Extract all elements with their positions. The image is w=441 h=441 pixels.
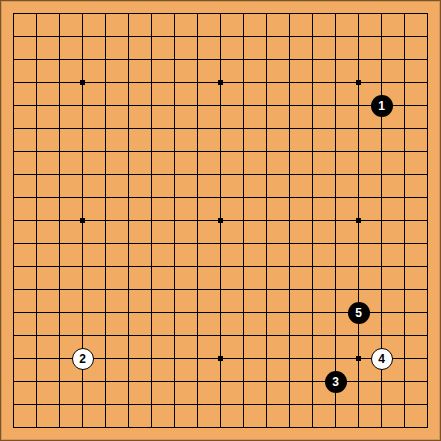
intersection-E2[interactable]: [94, 393, 117, 416]
intersection-R5[interactable]: [370, 324, 393, 347]
intersection-P2[interactable]: [324, 393, 347, 416]
intersection-L18[interactable]: [232, 25, 255, 48]
intersection-T14[interactable]: [416, 117, 439, 140]
intersection-J5[interactable]: [186, 324, 209, 347]
intersection-O7[interactable]: [301, 278, 324, 301]
intersection-F13[interactable]: [117, 140, 140, 163]
intersection-C11[interactable]: [48, 186, 71, 209]
intersection-P1[interactable]: [324, 416, 347, 439]
intersection-K10[interactable]: [209, 209, 232, 232]
intersection-M6[interactable]: [255, 301, 278, 324]
intersection-N14[interactable]: [278, 117, 301, 140]
intersection-J18[interactable]: [186, 25, 209, 48]
intersection-O18[interactable]: [301, 25, 324, 48]
intersection-T12[interactable]: [416, 163, 439, 186]
intersection-S17[interactable]: [393, 48, 416, 71]
intersection-B8[interactable]: [25, 255, 48, 278]
intersection-O6[interactable]: [301, 301, 324, 324]
intersection-O10[interactable]: [301, 209, 324, 232]
intersection-A10[interactable]: [2, 209, 25, 232]
intersection-D10[interactable]: [71, 209, 94, 232]
intersection-E12[interactable]: [94, 163, 117, 186]
intersection-H12[interactable]: [163, 163, 186, 186]
intersection-K15[interactable]: [209, 94, 232, 117]
intersection-T1[interactable]: [416, 416, 439, 439]
intersection-M2[interactable]: [255, 393, 278, 416]
intersection-L17[interactable]: [232, 48, 255, 71]
intersection-O8[interactable]: [301, 255, 324, 278]
intersection-G2[interactable]: [140, 393, 163, 416]
intersection-G3[interactable]: [140, 370, 163, 393]
intersection-O2[interactable]: [301, 393, 324, 416]
intersection-D18[interactable]: [71, 25, 94, 48]
intersection-A7[interactable]: [2, 278, 25, 301]
intersection-K7[interactable]: [209, 278, 232, 301]
intersection-R18[interactable]: [370, 25, 393, 48]
intersection-R1[interactable]: [370, 416, 393, 439]
intersection-A5[interactable]: [2, 324, 25, 347]
intersection-C13[interactable]: [48, 140, 71, 163]
intersection-T10[interactable]: [416, 209, 439, 232]
intersection-H8[interactable]: [163, 255, 186, 278]
stone-black-move-5-Q6[interactable]: 5: [348, 302, 370, 324]
intersection-M13[interactable]: [255, 140, 278, 163]
intersection-T3[interactable]: [416, 370, 439, 393]
intersection-O11[interactable]: [301, 186, 324, 209]
intersection-Q9[interactable]: [347, 232, 370, 255]
intersection-Q3[interactable]: [347, 370, 370, 393]
intersection-E5[interactable]: [94, 324, 117, 347]
intersection-O13[interactable]: [301, 140, 324, 163]
intersection-B2[interactable]: [25, 393, 48, 416]
intersection-L5[interactable]: [232, 324, 255, 347]
intersection-F9[interactable]: [117, 232, 140, 255]
intersection-R10[interactable]: [370, 209, 393, 232]
intersection-E1[interactable]: [94, 416, 117, 439]
intersection-P5[interactable]: [324, 324, 347, 347]
intersection-S4[interactable]: [393, 347, 416, 370]
intersection-A8[interactable]: [2, 255, 25, 278]
intersection-D1[interactable]: [71, 416, 94, 439]
intersection-S2[interactable]: [393, 393, 416, 416]
intersection-B6[interactable]: [25, 301, 48, 324]
intersection-J16[interactable]: [186, 71, 209, 94]
intersection-K18[interactable]: [209, 25, 232, 48]
intersection-S18[interactable]: [393, 25, 416, 48]
intersection-M5[interactable]: [255, 324, 278, 347]
intersection-Q2[interactable]: [347, 393, 370, 416]
intersection-A17[interactable]: [2, 48, 25, 71]
intersection-G4[interactable]: [140, 347, 163, 370]
intersection-B19[interactable]: [25, 2, 48, 25]
intersection-J7[interactable]: [186, 278, 209, 301]
intersection-Q15[interactable]: [347, 94, 370, 117]
intersection-E15[interactable]: [94, 94, 117, 117]
intersection-M11[interactable]: [255, 186, 278, 209]
intersection-R6[interactable]: [370, 301, 393, 324]
intersection-S13[interactable]: [393, 140, 416, 163]
intersection-N15[interactable]: [278, 94, 301, 117]
intersection-K2[interactable]: [209, 393, 232, 416]
intersection-F3[interactable]: [117, 370, 140, 393]
intersection-G10[interactable]: [140, 209, 163, 232]
intersection-T8[interactable]: [416, 255, 439, 278]
intersection-J17[interactable]: [186, 48, 209, 71]
intersection-M19[interactable]: [255, 2, 278, 25]
intersection-P16[interactable]: [324, 71, 347, 94]
intersection-S5[interactable]: [393, 324, 416, 347]
intersection-M9[interactable]: [255, 232, 278, 255]
intersection-C10[interactable]: [48, 209, 71, 232]
intersection-E8[interactable]: [94, 255, 117, 278]
intersection-C14[interactable]: [48, 117, 71, 140]
intersection-O19[interactable]: [301, 2, 324, 25]
intersection-L1[interactable]: [232, 416, 255, 439]
intersection-L7[interactable]: [232, 278, 255, 301]
intersection-J9[interactable]: [186, 232, 209, 255]
intersection-J8[interactable]: [186, 255, 209, 278]
intersection-J14[interactable]: [186, 117, 209, 140]
intersection-E19[interactable]: [94, 2, 117, 25]
intersection-C3[interactable]: [48, 370, 71, 393]
intersection-H4[interactable]: [163, 347, 186, 370]
intersection-A11[interactable]: [2, 186, 25, 209]
intersection-J15[interactable]: [186, 94, 209, 117]
intersection-F10[interactable]: [117, 209, 140, 232]
intersection-H15[interactable]: [163, 94, 186, 117]
intersection-F17[interactable]: [117, 48, 140, 71]
intersection-H3[interactable]: [163, 370, 186, 393]
intersection-D6[interactable]: [71, 301, 94, 324]
intersection-L10[interactable]: [232, 209, 255, 232]
intersection-L3[interactable]: [232, 370, 255, 393]
intersection-M18[interactable]: [255, 25, 278, 48]
intersection-M17[interactable]: [255, 48, 278, 71]
intersection-O12[interactable]: [301, 163, 324, 186]
intersection-B14[interactable]: [25, 117, 48, 140]
intersection-Q10[interactable]: [347, 209, 370, 232]
intersection-L19[interactable]: [232, 2, 255, 25]
intersection-M7[interactable]: [255, 278, 278, 301]
intersection-B11[interactable]: [25, 186, 48, 209]
intersection-O16[interactable]: [301, 71, 324, 94]
intersection-H13[interactable]: [163, 140, 186, 163]
intersection-N19[interactable]: [278, 2, 301, 25]
intersection-C16[interactable]: [48, 71, 71, 94]
intersection-T5[interactable]: [416, 324, 439, 347]
intersection-A12[interactable]: [2, 163, 25, 186]
goban-grid[interactable]: 15243: [2, 2, 439, 439]
intersection-O5[interactable]: [301, 324, 324, 347]
intersection-M4[interactable]: [255, 347, 278, 370]
intersection-M1[interactable]: [255, 416, 278, 439]
intersection-D13[interactable]: [71, 140, 94, 163]
intersection-G14[interactable]: [140, 117, 163, 140]
intersection-F8[interactable]: [117, 255, 140, 278]
intersection-B4[interactable]: [25, 347, 48, 370]
intersection-C4[interactable]: [48, 347, 71, 370]
intersection-Q19[interactable]: [347, 2, 370, 25]
intersection-H5[interactable]: [163, 324, 186, 347]
intersection-A13[interactable]: [2, 140, 25, 163]
intersection-E7[interactable]: [94, 278, 117, 301]
intersection-G18[interactable]: [140, 25, 163, 48]
intersection-T13[interactable]: [416, 140, 439, 163]
intersection-H19[interactable]: [163, 2, 186, 25]
intersection-S8[interactable]: [393, 255, 416, 278]
intersection-B16[interactable]: [25, 71, 48, 94]
intersection-N9[interactable]: [278, 232, 301, 255]
intersection-S16[interactable]: [393, 71, 416, 94]
intersection-T16[interactable]: [416, 71, 439, 94]
intersection-P7[interactable]: [324, 278, 347, 301]
intersection-O17[interactable]: [301, 48, 324, 71]
intersection-D19[interactable]: [71, 2, 94, 25]
intersection-K1[interactable]: [209, 416, 232, 439]
intersection-Q6[interactable]: 5: [347, 301, 370, 324]
intersection-L9[interactable]: [232, 232, 255, 255]
intersection-G17[interactable]: [140, 48, 163, 71]
intersection-Q12[interactable]: [347, 163, 370, 186]
intersection-C9[interactable]: [48, 232, 71, 255]
intersection-C8[interactable]: [48, 255, 71, 278]
intersection-D14[interactable]: [71, 117, 94, 140]
intersection-J3[interactable]: [186, 370, 209, 393]
intersection-C5[interactable]: [48, 324, 71, 347]
intersection-L15[interactable]: [232, 94, 255, 117]
intersection-J1[interactable]: [186, 416, 209, 439]
intersection-H11[interactable]: [163, 186, 186, 209]
intersection-J6[interactable]: [186, 301, 209, 324]
intersection-R13[interactable]: [370, 140, 393, 163]
intersection-J2[interactable]: [186, 393, 209, 416]
intersection-L6[interactable]: [232, 301, 255, 324]
intersection-P18[interactable]: [324, 25, 347, 48]
intersection-C6[interactable]: [48, 301, 71, 324]
intersection-S19[interactable]: [393, 2, 416, 25]
intersection-K11[interactable]: [209, 186, 232, 209]
intersection-P9[interactable]: [324, 232, 347, 255]
intersection-H2[interactable]: [163, 393, 186, 416]
intersection-F5[interactable]: [117, 324, 140, 347]
intersection-H9[interactable]: [163, 232, 186, 255]
intersection-Q14[interactable]: [347, 117, 370, 140]
intersection-A18[interactable]: [2, 25, 25, 48]
intersection-P12[interactable]: [324, 163, 347, 186]
intersection-C19[interactable]: [48, 2, 71, 25]
intersection-A2[interactable]: [2, 393, 25, 416]
intersection-J13[interactable]: [186, 140, 209, 163]
intersection-K12[interactable]: [209, 163, 232, 186]
intersection-L4[interactable]: [232, 347, 255, 370]
intersection-T9[interactable]: [416, 232, 439, 255]
intersection-D15[interactable]: [71, 94, 94, 117]
intersection-T11[interactable]: [416, 186, 439, 209]
intersection-B18[interactable]: [25, 25, 48, 48]
intersection-N13[interactable]: [278, 140, 301, 163]
intersection-S6[interactable]: [393, 301, 416, 324]
intersection-P6[interactable]: [324, 301, 347, 324]
intersection-C7[interactable]: [48, 278, 71, 301]
intersection-A6[interactable]: [2, 301, 25, 324]
intersection-A1[interactable]: [2, 416, 25, 439]
intersection-D9[interactable]: [71, 232, 94, 255]
intersection-P4[interactable]: [324, 347, 347, 370]
intersection-L14[interactable]: [232, 117, 255, 140]
intersection-G6[interactable]: [140, 301, 163, 324]
intersection-N7[interactable]: [278, 278, 301, 301]
intersection-H14[interactable]: [163, 117, 186, 140]
intersection-K16[interactable]: [209, 71, 232, 94]
intersection-N18[interactable]: [278, 25, 301, 48]
intersection-S14[interactable]: [393, 117, 416, 140]
intersection-O14[interactable]: [301, 117, 324, 140]
intersection-E17[interactable]: [94, 48, 117, 71]
intersection-P17[interactable]: [324, 48, 347, 71]
intersection-G19[interactable]: [140, 2, 163, 25]
intersection-C2[interactable]: [48, 393, 71, 416]
intersection-Q16[interactable]: [347, 71, 370, 94]
intersection-N1[interactable]: [278, 416, 301, 439]
intersection-R2[interactable]: [370, 393, 393, 416]
intersection-L13[interactable]: [232, 140, 255, 163]
intersection-R11[interactable]: [370, 186, 393, 209]
intersection-G5[interactable]: [140, 324, 163, 347]
intersection-Q1[interactable]: [347, 416, 370, 439]
intersection-D3[interactable]: [71, 370, 94, 393]
intersection-E18[interactable]: [94, 25, 117, 48]
intersection-K9[interactable]: [209, 232, 232, 255]
intersection-N2[interactable]: [278, 393, 301, 416]
intersection-L16[interactable]: [232, 71, 255, 94]
intersection-K19[interactable]: [209, 2, 232, 25]
intersection-G16[interactable]: [140, 71, 163, 94]
intersection-D12[interactable]: [71, 163, 94, 186]
intersection-C15[interactable]: [48, 94, 71, 117]
intersection-D16[interactable]: [71, 71, 94, 94]
intersection-G15[interactable]: [140, 94, 163, 117]
intersection-Q18[interactable]: [347, 25, 370, 48]
intersection-F7[interactable]: [117, 278, 140, 301]
intersection-G12[interactable]: [140, 163, 163, 186]
intersection-R16[interactable]: [370, 71, 393, 94]
intersection-O1[interactable]: [301, 416, 324, 439]
stone-black-move-3-P3[interactable]: 3: [325, 371, 347, 393]
intersection-L2[interactable]: [232, 393, 255, 416]
intersection-F19[interactable]: [117, 2, 140, 25]
intersection-N3[interactable]: [278, 370, 301, 393]
intersection-N10[interactable]: [278, 209, 301, 232]
intersection-K14[interactable]: [209, 117, 232, 140]
intersection-S7[interactable]: [393, 278, 416, 301]
intersection-R9[interactable]: [370, 232, 393, 255]
intersection-O9[interactable]: [301, 232, 324, 255]
intersection-K3[interactable]: [209, 370, 232, 393]
intersection-A16[interactable]: [2, 71, 25, 94]
intersection-S15[interactable]: [393, 94, 416, 117]
intersection-F18[interactable]: [117, 25, 140, 48]
intersection-H10[interactable]: [163, 209, 186, 232]
intersection-R12[interactable]: [370, 163, 393, 186]
intersection-P13[interactable]: [324, 140, 347, 163]
intersection-R17[interactable]: [370, 48, 393, 71]
intersection-E6[interactable]: [94, 301, 117, 324]
intersection-D8[interactable]: [71, 255, 94, 278]
intersection-Q17[interactable]: [347, 48, 370, 71]
intersection-R8[interactable]: [370, 255, 393, 278]
intersection-E9[interactable]: [94, 232, 117, 255]
intersection-L8[interactable]: [232, 255, 255, 278]
intersection-O4[interactable]: [301, 347, 324, 370]
intersection-D11[interactable]: [71, 186, 94, 209]
intersection-K13[interactable]: [209, 140, 232, 163]
intersection-H7[interactable]: [163, 278, 186, 301]
intersection-E11[interactable]: [94, 186, 117, 209]
intersection-D5[interactable]: [71, 324, 94, 347]
intersection-Q7[interactable]: [347, 278, 370, 301]
intersection-J11[interactable]: [186, 186, 209, 209]
intersection-C12[interactable]: [48, 163, 71, 186]
intersection-D17[interactable]: [71, 48, 94, 71]
intersection-F14[interactable]: [117, 117, 140, 140]
intersection-J4[interactable]: [186, 347, 209, 370]
intersection-M10[interactable]: [255, 209, 278, 232]
intersection-H6[interactable]: [163, 301, 186, 324]
intersection-P8[interactable]: [324, 255, 347, 278]
intersection-N8[interactable]: [278, 255, 301, 278]
intersection-S12[interactable]: [393, 163, 416, 186]
intersection-S9[interactable]: [393, 232, 416, 255]
intersection-F12[interactable]: [117, 163, 140, 186]
intersection-E4[interactable]: [94, 347, 117, 370]
intersection-D4[interactable]: 2: [71, 347, 94, 370]
intersection-A15[interactable]: [2, 94, 25, 117]
intersection-E16[interactable]: [94, 71, 117, 94]
intersection-R19[interactable]: [370, 2, 393, 25]
intersection-T6[interactable]: [416, 301, 439, 324]
intersection-J10[interactable]: [186, 209, 209, 232]
intersection-S1[interactable]: [393, 416, 416, 439]
intersection-B17[interactable]: [25, 48, 48, 71]
intersection-N4[interactable]: [278, 347, 301, 370]
intersection-M15[interactable]: [255, 94, 278, 117]
intersection-G8[interactable]: [140, 255, 163, 278]
intersection-H18[interactable]: [163, 25, 186, 48]
intersection-E13[interactable]: [94, 140, 117, 163]
intersection-B3[interactable]: [25, 370, 48, 393]
stone-white-move-2-D4[interactable]: 2: [72, 348, 94, 370]
intersection-C17[interactable]: [48, 48, 71, 71]
intersection-N11[interactable]: [278, 186, 301, 209]
intersection-B10[interactable]: [25, 209, 48, 232]
intersection-S10[interactable]: [393, 209, 416, 232]
intersection-B15[interactable]: [25, 94, 48, 117]
intersection-P10[interactable]: [324, 209, 347, 232]
intersection-S3[interactable]: [393, 370, 416, 393]
intersection-B1[interactable]: [25, 416, 48, 439]
intersection-R7[interactable]: [370, 278, 393, 301]
intersection-N17[interactable]: [278, 48, 301, 71]
intersection-F6[interactable]: [117, 301, 140, 324]
stone-black-move-1-R15[interactable]: 1: [371, 95, 393, 117]
intersection-Q5[interactable]: [347, 324, 370, 347]
intersection-A9[interactable]: [2, 232, 25, 255]
intersection-K5[interactable]: [209, 324, 232, 347]
intersection-Q8[interactable]: [347, 255, 370, 278]
intersection-K4[interactable]: [209, 347, 232, 370]
intersection-A14[interactable]: [2, 117, 25, 140]
intersection-P14[interactable]: [324, 117, 347, 140]
